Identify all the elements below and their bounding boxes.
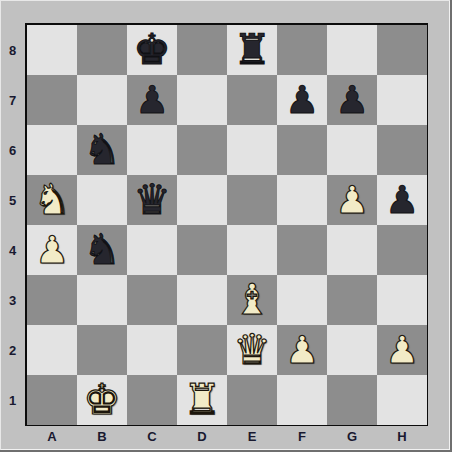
square-h8[interactable] (377, 25, 427, 75)
square-h2[interactable]: ♟ (377, 325, 427, 375)
square-g6[interactable] (327, 125, 377, 175)
square-f5[interactable] (277, 175, 327, 225)
square-b5[interactable] (77, 175, 127, 225)
piece-black-pawn[interactable]: ♟ (327, 75, 377, 125)
square-c8[interactable]: ♚ (127, 25, 177, 75)
square-g1[interactable] (327, 375, 377, 425)
chess-board: ♚♜♟♟♟♞♞♛♟♟♟♞♝♛♟♟♚♜ (25, 23, 428, 426)
piece-black-pawn[interactable]: ♟ (127, 75, 177, 125)
square-f2[interactable]: ♟ (277, 325, 327, 375)
piece-black-king[interactable]: ♚ (127, 25, 177, 75)
chess-diagram-window: 87654321 ♚♜♟♟♟♞♞♛♟♟♟♞♝♛♟♟♚♜ ABCDEFGH (0, 0, 452, 452)
rank-label-3: 3 (0, 275, 25, 325)
square-c6[interactable] (127, 125, 177, 175)
square-g2[interactable] (327, 325, 377, 375)
square-a2[interactable] (27, 325, 77, 375)
square-b4[interactable]: ♞ (77, 225, 127, 275)
square-h4[interactable] (377, 225, 427, 275)
file-label-c: C (127, 425, 177, 448)
rank-label-4: 4 (0, 225, 25, 275)
square-g3[interactable] (327, 275, 377, 325)
piece-white-knight[interactable]: ♞ (27, 175, 77, 225)
square-f1[interactable] (277, 375, 327, 425)
square-b7[interactable] (77, 75, 127, 125)
square-g7[interactable]: ♟ (327, 75, 377, 125)
square-a5[interactable]: ♞ (27, 175, 77, 225)
square-f3[interactable] (277, 275, 327, 325)
square-e4[interactable] (227, 225, 277, 275)
square-a3[interactable] (27, 275, 77, 325)
square-a1[interactable] (27, 375, 77, 425)
square-d4[interactable] (177, 225, 227, 275)
rank-label-5: 5 (0, 175, 25, 225)
file-label-a: A (27, 425, 77, 448)
rank-label-7: 7 (0, 75, 25, 125)
square-e6[interactable] (227, 125, 277, 175)
piece-black-pawn[interactable]: ♟ (377, 175, 427, 225)
square-h7[interactable] (377, 75, 427, 125)
square-f8[interactable] (277, 25, 327, 75)
square-e2[interactable]: ♛ (227, 325, 277, 375)
file-label-e: E (227, 425, 277, 448)
square-h6[interactable] (377, 125, 427, 175)
square-b3[interactable] (77, 275, 127, 325)
square-b8[interactable] (77, 25, 127, 75)
square-a4[interactable]: ♟ (27, 225, 77, 275)
square-g5[interactable]: ♟ (327, 175, 377, 225)
file-label-f: F (277, 425, 327, 448)
square-g4[interactable] (327, 225, 377, 275)
square-c2[interactable] (127, 325, 177, 375)
square-a6[interactable] (27, 125, 77, 175)
piece-black-knight[interactable]: ♞ (77, 225, 127, 275)
file-labels: ABCDEFGH (27, 425, 427, 448)
square-h5[interactable]: ♟ (377, 175, 427, 225)
rank-labels: 87654321 (0, 25, 25, 425)
piece-black-pawn[interactable]: ♟ (277, 75, 327, 125)
rank-label-8: 8 (0, 25, 25, 75)
piece-white-pawn[interactable]: ♟ (377, 325, 427, 375)
piece-white-pawn[interactable]: ♟ (277, 325, 327, 375)
square-e3[interactable]: ♝ (227, 275, 277, 325)
square-f7[interactable]: ♟ (277, 75, 327, 125)
file-label-b: B (77, 425, 127, 448)
file-label-g: G (327, 425, 377, 448)
piece-black-queen[interactable]: ♛ (127, 175, 177, 225)
piece-white-queen[interactable]: ♛ (227, 325, 277, 375)
square-a8[interactable] (27, 25, 77, 75)
square-c5[interactable]: ♛ (127, 175, 177, 225)
square-a7[interactable] (27, 75, 77, 125)
square-f4[interactable] (277, 225, 327, 275)
square-h3[interactable] (377, 275, 427, 325)
piece-black-rook[interactable]: ♜ (227, 25, 277, 75)
square-e7[interactable] (227, 75, 277, 125)
piece-white-bishop[interactable]: ♝ (227, 275, 277, 325)
square-b6[interactable]: ♞ (77, 125, 127, 175)
square-c1[interactable] (127, 375, 177, 425)
piece-white-king[interactable]: ♚ (77, 375, 127, 425)
square-e8[interactable]: ♜ (227, 25, 277, 75)
piece-white-pawn[interactable]: ♟ (327, 175, 377, 225)
piece-white-pawn[interactable]: ♟ (27, 225, 77, 275)
rank-label-2: 2 (0, 325, 25, 375)
square-c7[interactable]: ♟ (127, 75, 177, 125)
square-d2[interactable] (177, 325, 227, 375)
square-c3[interactable] (127, 275, 177, 325)
file-label-d: D (177, 425, 227, 448)
square-c4[interactable] (127, 225, 177, 275)
file-label-h: H (377, 425, 427, 448)
square-g8[interactable] (327, 25, 377, 75)
square-b1[interactable]: ♚ (77, 375, 127, 425)
square-h1[interactable] (377, 375, 427, 425)
rank-label-1: 1 (0, 375, 25, 425)
square-f6[interactable] (277, 125, 327, 175)
square-b2[interactable] (77, 325, 127, 375)
square-d5[interactable] (177, 175, 227, 225)
square-d7[interactable] (177, 75, 227, 125)
square-d6[interactable] (177, 125, 227, 175)
square-d1[interactable]: ♜ (177, 375, 227, 425)
rank-label-6: 6 (0, 125, 25, 175)
square-e5[interactable] (227, 175, 277, 225)
square-e1[interactable] (227, 375, 277, 425)
square-d3[interactable] (177, 275, 227, 325)
square-d8[interactable] (177, 25, 227, 75)
piece-black-knight[interactable]: ♞ (77, 125, 127, 175)
piece-white-rook[interactable]: ♜ (177, 375, 227, 425)
